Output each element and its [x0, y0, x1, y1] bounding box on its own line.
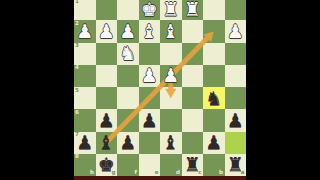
- square-c2[interactable]: [182, 20, 204, 42]
- square-a5[interactable]: [225, 87, 247, 109]
- square-h4[interactable]: 4: [74, 65, 96, 87]
- square-f1[interactable]: [117, 0, 139, 20]
- square-c1[interactable]: ♜: [182, 0, 204, 20]
- square-g7[interactable]: ♝: [96, 132, 118, 154]
- square-a3[interactable]: [225, 43, 247, 65]
- square-b2[interactable]: [203, 20, 225, 42]
- square-h6[interactable]: 6: [74, 109, 96, 131]
- square-g5[interactable]: [96, 87, 118, 109]
- square-f5[interactable]: [117, 87, 139, 109]
- rank-label-5: 5: [75, 88, 79, 94]
- square-h5[interactable]: 5: [74, 87, 96, 109]
- square-d6[interactable]: [160, 109, 182, 131]
- file-label-b: b: [219, 170, 223, 176]
- bottom-strip: [74, 176, 246, 180]
- piece-black-rook-c8[interactable]: ♜: [182, 154, 204, 176]
- piece-white-knight-f3[interactable]: ♞: [117, 43, 139, 65]
- square-a8[interactable]: a♜: [225, 154, 247, 176]
- file-label-h: h: [90, 170, 94, 176]
- piece-white-pawn-f2[interactable]: ♟: [117, 20, 139, 42]
- square-f6[interactable]: [117, 109, 139, 131]
- rank-label-4: 4: [75, 65, 79, 71]
- piece-white-rook-d1[interactable]: ♜: [160, 0, 182, 20]
- square-h3[interactable]: 3: [74, 43, 96, 65]
- piece-white-pawn-g2[interactable]: ♟: [96, 20, 118, 42]
- square-e1[interactable]: ♚: [139, 0, 161, 20]
- square-e7[interactable]: [139, 132, 161, 154]
- square-f3[interactable]: ♞: [117, 43, 139, 65]
- square-b7[interactable]: ♟: [203, 132, 225, 154]
- letterbox-left: [0, 0, 74, 180]
- piece-white-pawn-e4[interactable]: ♟: [139, 65, 161, 87]
- piece-white-bishop-d2[interactable]: ♝: [160, 20, 182, 42]
- square-f8[interactable]: f: [117, 154, 139, 176]
- square-a6[interactable]: ♟: [225, 109, 247, 131]
- square-c4[interactable]: [182, 65, 204, 87]
- square-b6[interactable]: [203, 109, 225, 131]
- piece-white-bishop-e2[interactable]: ♝: [139, 20, 161, 42]
- square-e6[interactable]: ♟: [139, 109, 161, 131]
- square-f7[interactable]: ♟: [117, 132, 139, 154]
- rank-label-3: 3: [75, 43, 79, 49]
- square-c8[interactable]: c♜: [182, 154, 204, 176]
- square-g1[interactable]: [96, 0, 118, 20]
- chess-board: 1♚♜♜2♟♟♟♝♝♟3♞4♟♟5♞6♟♟♟7♟♝♟♝♟8hg♚fedc♜ba♜: [74, 0, 246, 176]
- square-d1[interactable]: ♜: [160, 0, 182, 20]
- square-d7[interactable]: ♝: [160, 132, 182, 154]
- file-label-d: d: [176, 170, 180, 176]
- square-e3[interactable]: [139, 43, 161, 65]
- rank-label-8: 8: [75, 154, 79, 160]
- piece-black-pawn-h7[interactable]: ♟: [74, 132, 96, 154]
- square-d3[interactable]: [160, 43, 182, 65]
- square-c7[interactable]: [182, 132, 204, 154]
- square-g3[interactable]: [96, 43, 118, 65]
- square-e5[interactable]: [139, 87, 161, 109]
- rank-label-1: 1: [75, 0, 79, 4]
- square-g8[interactable]: g♚: [96, 154, 118, 176]
- piece-black-king-g8[interactable]: ♚: [96, 154, 118, 176]
- square-d8[interactable]: d: [160, 154, 182, 176]
- piece-white-pawn-h2[interactable]: ♟: [74, 20, 96, 42]
- square-c3[interactable]: [182, 43, 204, 65]
- file-label-f: f: [135, 170, 137, 176]
- piece-black-pawn-f7[interactable]: ♟: [117, 132, 139, 154]
- rank-label-6: 6: [75, 110, 79, 116]
- square-d5[interactable]: [160, 87, 182, 109]
- square-e8[interactable]: e: [139, 154, 161, 176]
- file-label-e: e: [155, 170, 159, 176]
- piece-white-king-e1[interactable]: ♚: [139, 0, 161, 20]
- square-h2[interactable]: 2♟: [74, 20, 96, 42]
- square-f2[interactable]: ♟: [117, 20, 139, 42]
- square-d4[interactable]: ♟: [160, 65, 182, 87]
- thumbnail-stage: 1♚♜♜2♟♟♟♝♝♟3♞4♟♟5♞6♟♟♟7♟♝♟♝♟8hg♚fedc♜ba♜: [0, 0, 320, 180]
- square-b5-yellow-highlight[interactable]: ♞: [203, 87, 225, 109]
- piece-black-bishop-d7[interactable]: ♝: [160, 132, 182, 154]
- square-g4[interactable]: [96, 65, 118, 87]
- square-h1[interactable]: 1: [74, 0, 96, 20]
- square-b1[interactable]: [203, 0, 225, 20]
- square-c5[interactable]: [182, 87, 204, 109]
- square-h7[interactable]: 7♟: [74, 132, 96, 154]
- square-d2[interactable]: ♝: [160, 20, 182, 42]
- piece-white-rook-c1[interactable]: ♜: [182, 0, 204, 20]
- square-a7-green-highlight[interactable]: [225, 132, 247, 154]
- square-e2[interactable]: ♝: [139, 20, 161, 42]
- piece-white-pawn-d4[interactable]: ♟: [160, 65, 182, 87]
- square-f4[interactable]: [117, 65, 139, 87]
- piece-black-pawn-b7[interactable]: ♟: [203, 132, 225, 154]
- piece-black-pawn-a6[interactable]: ♟: [225, 109, 247, 131]
- square-a2[interactable]: ♟: [225, 20, 247, 42]
- piece-white-pawn-a2[interactable]: ♟: [225, 20, 247, 42]
- square-c6[interactable]: [182, 109, 204, 131]
- square-g2[interactable]: ♟: [96, 20, 118, 42]
- piece-black-rook-a8[interactable]: ♜: [225, 154, 247, 176]
- letterbox-right: [246, 0, 320, 180]
- piece-black-bishop-g7[interactable]: ♝: [96, 132, 118, 154]
- square-g6[interactable]: ♟: [96, 109, 118, 131]
- piece-black-knight-b5[interactable]: ♞: [203, 87, 225, 109]
- square-a1[interactable]: [225, 0, 247, 20]
- square-b3[interactable]: [203, 43, 225, 65]
- square-b4[interactable]: [203, 65, 225, 87]
- piece-black-pawn-g6[interactable]: ♟: [96, 109, 118, 131]
- square-h8[interactable]: 8h: [74, 154, 96, 176]
- square-b8[interactable]: b: [203, 154, 225, 176]
- piece-black-pawn-e6[interactable]: ♟: [139, 109, 161, 131]
- square-e4[interactable]: ♟: [139, 65, 161, 87]
- square-a4[interactable]: [225, 65, 247, 87]
